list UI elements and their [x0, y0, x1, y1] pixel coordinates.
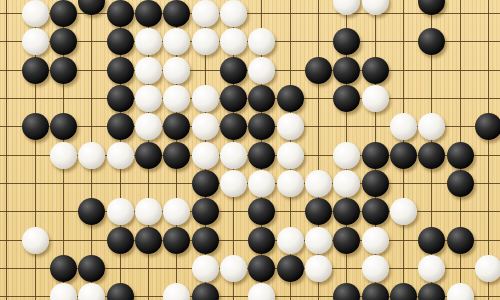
- white-stone[interactable]: [50, 283, 77, 300]
- white-stone[interactable]: [305, 255, 332, 282]
- black-stone[interactable]: [220, 85, 247, 112]
- white-stone[interactable]: [277, 227, 304, 254]
- black-stone[interactable]: [192, 198, 219, 225]
- black-stone[interactable]: [192, 170, 219, 197]
- black-stone[interactable]: [163, 0, 190, 27]
- white-stone[interactable]: [22, 28, 49, 55]
- black-stone[interactable]: [22, 113, 49, 140]
- black-stone[interactable]: [333, 227, 360, 254]
- white-stone[interactable]: [163, 85, 190, 112]
- white-stone[interactable]: [135, 57, 162, 84]
- white-stone[interactable]: [163, 283, 190, 300]
- black-stone[interactable]: [418, 283, 445, 300]
- black-stone[interactable]: [333, 28, 360, 55]
- white-stone[interactable]: [447, 283, 474, 300]
- white-stone[interactable]: [248, 283, 275, 300]
- black-stone[interactable]: [305, 57, 332, 84]
- go-board-screenshot: [0, 0, 500, 300]
- black-stone[interactable]: [220, 57, 247, 84]
- white-stone[interactable]: [78, 283, 105, 300]
- black-stone[interactable]: [333, 198, 360, 225]
- white-stone[interactable]: [248, 28, 275, 55]
- black-stone[interactable]: [362, 198, 389, 225]
- black-stone[interactable]: [362, 142, 389, 169]
- white-stone[interactable]: [248, 170, 275, 197]
- black-stone[interactable]: [163, 142, 190, 169]
- grid-vline-0: [6, 0, 7, 300]
- white-stone[interactable]: [333, 142, 360, 169]
- white-stone[interactable]: [277, 170, 304, 197]
- white-stone[interactable]: [78, 142, 105, 169]
- black-stone[interactable]: [362, 57, 389, 84]
- white-stone[interactable]: [22, 227, 49, 254]
- black-stone[interactable]: [163, 113, 190, 140]
- black-stone[interactable]: [333, 57, 360, 84]
- black-stone[interactable]: [135, 227, 162, 254]
- white-stone[interactable]: [220, 142, 247, 169]
- white-stone[interactable]: [107, 198, 134, 225]
- go-board[interactable]: [0, 0, 500, 300]
- black-stone[interactable]: [277, 255, 304, 282]
- white-stone[interactable]: [192, 113, 219, 140]
- black-stone[interactable]: [107, 227, 134, 254]
- black-stone[interactable]: [248, 198, 275, 225]
- black-stone[interactable]: [163, 227, 190, 254]
- white-stone[interactable]: [390, 198, 417, 225]
- black-stone[interactable]: [248, 255, 275, 282]
- black-stone[interactable]: [135, 142, 162, 169]
- white-stone[interactable]: [220, 28, 247, 55]
- black-stone[interactable]: [220, 113, 247, 140]
- black-stone[interactable]: [277, 85, 304, 112]
- black-stone[interactable]: [248, 142, 275, 169]
- black-stone[interactable]: [50, 113, 77, 140]
- white-stone[interactable]: [390, 113, 417, 140]
- white-stone[interactable]: [305, 170, 332, 197]
- white-stone[interactable]: [135, 113, 162, 140]
- black-stone[interactable]: [447, 227, 474, 254]
- black-stone[interactable]: [78, 198, 105, 225]
- black-stone[interactable]: [305, 198, 332, 225]
- white-stone[interactable]: [135, 28, 162, 55]
- black-stone[interactable]: [107, 283, 134, 300]
- white-stone[interactable]: [135, 198, 162, 225]
- black-stone[interactable]: [333, 85, 360, 112]
- black-stone[interactable]: [248, 113, 275, 140]
- black-stone[interactable]: [333, 283, 360, 300]
- white-stone[interactable]: [192, 0, 219, 27]
- white-stone[interactable]: [163, 198, 190, 225]
- white-stone[interactable]: [277, 142, 304, 169]
- black-stone[interactable]: [192, 283, 219, 300]
- black-stone[interactable]: [248, 85, 275, 112]
- black-stone[interactable]: [390, 283, 417, 300]
- black-stone[interactable]: [447, 170, 474, 197]
- white-stone[interactable]: [192, 85, 219, 112]
- black-stone[interactable]: [248, 227, 275, 254]
- white-stone[interactable]: [220, 0, 247, 27]
- white-stone[interactable]: [248, 57, 275, 84]
- white-stone[interactable]: [220, 170, 247, 197]
- white-stone[interactable]: [50, 142, 77, 169]
- black-stone[interactable]: [50, 0, 77, 27]
- black-stone[interactable]: [78, 255, 105, 282]
- white-stone[interactable]: [362, 227, 389, 254]
- black-stone[interactable]: [418, 227, 445, 254]
- white-stone[interactable]: [163, 28, 190, 55]
- white-stone[interactable]: [163, 57, 190, 84]
- black-stone[interactable]: [50, 57, 77, 84]
- black-stone[interactable]: [418, 142, 445, 169]
- white-stone[interactable]: [277, 113, 304, 140]
- black-stone[interactable]: [475, 113, 500, 140]
- black-stone[interactable]: [107, 113, 134, 140]
- white-stone[interactable]: [362, 255, 389, 282]
- white-stone[interactable]: [22, 0, 49, 27]
- black-stone[interactable]: [50, 28, 77, 55]
- black-stone[interactable]: [192, 227, 219, 254]
- white-stone[interactable]: [135, 85, 162, 112]
- white-stone[interactable]: [333, 170, 360, 197]
- white-stone[interactable]: [192, 28, 219, 55]
- black-stone[interactable]: [107, 57, 134, 84]
- white-stone[interactable]: [305, 227, 332, 254]
- black-stone[interactable]: [390, 142, 417, 169]
- white-stone[interactable]: [418, 113, 445, 140]
- black-stone[interactable]: [362, 283, 389, 300]
- black-stone[interactable]: [418, 28, 445, 55]
- white-stone[interactable]: [475, 255, 500, 282]
- white-stone[interactable]: [220, 255, 247, 282]
- black-stone[interactable]: [447, 142, 474, 169]
- black-stone[interactable]: [135, 0, 162, 27]
- white-stone[interactable]: [362, 85, 389, 112]
- white-stone[interactable]: [192, 142, 219, 169]
- black-stone[interactable]: [107, 85, 134, 112]
- black-stone[interactable]: [107, 28, 134, 55]
- black-stone[interactable]: [362, 170, 389, 197]
- black-stone[interactable]: [22, 57, 49, 84]
- black-stone[interactable]: [50, 255, 77, 282]
- black-stone[interactable]: [107, 0, 134, 27]
- white-stone[interactable]: [192, 255, 219, 282]
- white-stone[interactable]: [418, 255, 445, 282]
- white-stone[interactable]: [107, 142, 134, 169]
